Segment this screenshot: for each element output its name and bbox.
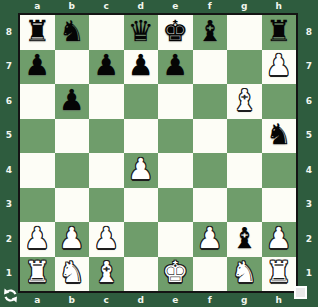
flip-board-button[interactable] <box>2 287 19 304</box>
file-label-top-d: d <box>124 0 159 13</box>
square-a5[interactable] <box>20 119 55 154</box>
file-labels-bottom: abcdefgh <box>20 293 296 307</box>
file-label-bottom-h: h <box>262 293 297 307</box>
square-b4[interactable] <box>55 153 90 188</box>
file-label-bottom-a: a <box>20 293 55 307</box>
square-g3[interactable] <box>227 188 262 223</box>
file-label-top-b: b <box>55 0 90 13</box>
square-e7[interactable]: ♟ <box>158 50 193 85</box>
rank-label-right-7: 7 <box>300 50 318 85</box>
square-c1[interactable]: ♝ <box>89 257 124 292</box>
file-label-bottom-b: b <box>55 293 90 307</box>
file-label-top-f: f <box>193 0 228 13</box>
square-g1[interactable]: ♞ <box>227 257 262 292</box>
piece-white-pawn-f2[interactable]: ♟ <box>197 224 223 253</box>
square-e8[interactable]: ♚ <box>158 15 193 50</box>
file-label-top-h: h <box>262 0 297 13</box>
piece-black-rook-h8[interactable]: ♜ <box>266 17 292 46</box>
piece-black-king-e8[interactable]: ♚ <box>162 17 188 46</box>
piece-white-pawn-h7[interactable]: ♟ <box>266 51 292 80</box>
square-c5[interactable] <box>89 119 124 154</box>
piece-black-pawn-b6[interactable]: ♟ <box>59 86 85 115</box>
square-d1[interactable] <box>124 257 159 292</box>
rank-label-right-5: 5 <box>300 119 318 154</box>
square-a2[interactable]: ♟ <box>20 222 55 257</box>
square-a1[interactable]: ♜ <box>20 257 55 292</box>
square-c6[interactable] <box>89 84 124 119</box>
piece-white-pawn-c2[interactable]: ♟ <box>93 224 119 253</box>
square-b6[interactable]: ♟ <box>55 84 90 119</box>
square-a7[interactable]: ♟ <box>20 50 55 85</box>
file-label-top-e: e <box>158 0 193 13</box>
square-f1[interactable] <box>193 257 228 292</box>
square-f2[interactable]: ♟ <box>193 222 228 257</box>
square-e6[interactable] <box>158 84 193 119</box>
square-b7[interactable] <box>55 50 90 85</box>
square-c2[interactable]: ♟ <box>89 222 124 257</box>
rank-label-right-6: 6 <box>300 84 318 119</box>
square-f3[interactable] <box>193 188 228 223</box>
square-d8[interactable]: ♛ <box>124 15 159 50</box>
square-g7[interactable] <box>227 50 262 85</box>
file-label-bottom-d: d <box>124 293 159 307</box>
square-d7[interactable]: ♟ <box>124 50 159 85</box>
piece-white-pawn-d4[interactable]: ♟ <box>128 155 154 184</box>
piece-white-bishop-c1[interactable]: ♝ <box>93 258 119 287</box>
piece-black-rook-a8[interactable]: ♜ <box>24 17 50 46</box>
square-h3[interactable] <box>262 188 297 223</box>
file-labels-top: abcdefgh <box>20 0 296 13</box>
file-label-bottom-f: f <box>193 293 228 307</box>
rank-label-left-8: 8 <box>0 15 18 50</box>
square-d5[interactable] <box>124 119 159 154</box>
rank-label-right-3: 3 <box>300 188 318 223</box>
piece-black-bishop-g2[interactable]: ♝ <box>231 224 257 253</box>
chess-diagram: abcdefgh 87654321 ♜♞♛♚♝♜♟♟♟♟♟♟♝♞♟♟♟♟♟♝♟♜… <box>0 0 318 307</box>
square-a3[interactable] <box>20 188 55 223</box>
square-g8[interactable] <box>227 15 262 50</box>
square-a4[interactable] <box>20 153 55 188</box>
square-g2[interactable]: ♝ <box>227 222 262 257</box>
file-label-bottom-g: g <box>227 293 262 307</box>
square-h1[interactable]: ♜ <box>262 257 297 292</box>
square-d3[interactable] <box>124 188 159 223</box>
piece-white-knight-g1[interactable]: ♞ <box>231 258 257 287</box>
circular-arrows-icon <box>2 287 19 304</box>
square-f7[interactable] <box>193 50 228 85</box>
square-g6[interactable]: ♝ <box>227 84 262 119</box>
rank-label-left-6: 6 <box>0 84 18 119</box>
square-d2[interactable] <box>124 222 159 257</box>
square-d6[interactable] <box>124 84 159 119</box>
piece-black-knight-h5[interactable]: ♞ <box>266 120 292 149</box>
rank-labels-left: 87654321 <box>0 15 18 291</box>
white-to-move-indicator-icon <box>294 286 307 299</box>
square-e1[interactable]: ♚ <box>158 257 193 292</box>
square-c7[interactable]: ♟ <box>89 50 124 85</box>
piece-black-pawn-a7[interactable]: ♟ <box>24 51 50 80</box>
piece-white-rook-a1[interactable]: ♜ <box>24 258 50 287</box>
rank-labels-right: 87654321 <box>300 15 318 291</box>
square-g5[interactable] <box>227 119 262 154</box>
square-h5[interactable]: ♞ <box>262 119 297 154</box>
square-c3[interactable] <box>89 188 124 223</box>
piece-white-knight-b1[interactable]: ♞ <box>59 258 85 287</box>
square-e5[interactable] <box>158 119 193 154</box>
piece-black-knight-b8[interactable]: ♞ <box>59 17 85 46</box>
rank-label-right-4: 4 <box>300 153 318 188</box>
rank-label-right-8: 8 <box>300 15 318 50</box>
square-c4[interactable] <box>89 153 124 188</box>
piece-white-pawn-h2[interactable]: ♟ <box>266 224 292 253</box>
square-h4[interactable] <box>262 153 297 188</box>
square-a8[interactable]: ♜ <box>20 15 55 50</box>
square-f5[interactable] <box>193 119 228 154</box>
square-e2[interactable] <box>158 222 193 257</box>
square-d4[interactable]: ♟ <box>124 153 159 188</box>
rank-label-left-2: 2 <box>0 222 18 257</box>
piece-black-pawn-d7[interactable]: ♟ <box>128 51 154 80</box>
square-f6[interactable] <box>193 84 228 119</box>
rank-label-left-7: 7 <box>0 50 18 85</box>
square-b2[interactable]: ♟ <box>55 222 90 257</box>
square-g4[interactable] <box>227 153 262 188</box>
square-b1[interactable]: ♞ <box>55 257 90 292</box>
piece-white-bishop-g6[interactable]: ♝ <box>231 86 257 115</box>
file-label-top-c: c <box>89 0 124 13</box>
square-e3[interactable] <box>158 188 193 223</box>
file-label-bottom-e: e <box>158 293 193 307</box>
square-b3[interactable] <box>55 188 90 223</box>
rank-label-right-2: 2 <box>300 222 318 257</box>
piece-white-rook-h1[interactable]: ♜ <box>266 258 292 287</box>
square-f8[interactable]: ♝ <box>193 15 228 50</box>
square-b5[interactable] <box>55 119 90 154</box>
piece-black-queen-d8[interactable]: ♛ <box>128 17 154 46</box>
file-label-top-g: g <box>227 0 262 13</box>
square-h2[interactable]: ♟ <box>262 222 297 257</box>
piece-white-king-e1[interactable]: ♚ <box>162 258 188 287</box>
square-e4[interactable] <box>158 153 193 188</box>
piece-black-pawn-e7[interactable]: ♟ <box>162 51 188 80</box>
piece-black-bishop-f8[interactable]: ♝ <box>197 17 223 46</box>
square-c8[interactable] <box>89 15 124 50</box>
file-label-bottom-c: c <box>89 293 124 307</box>
square-h8[interactable]: ♜ <box>262 15 297 50</box>
square-b8[interactable]: ♞ <box>55 15 90 50</box>
square-h6[interactable] <box>262 84 297 119</box>
rank-label-left-3: 3 <box>0 188 18 223</box>
piece-black-pawn-c7[interactable]: ♟ <box>93 51 119 80</box>
rank-label-left-4: 4 <box>0 153 18 188</box>
piece-white-pawn-b2[interactable]: ♟ <box>59 224 85 253</box>
rank-label-left-1: 1 <box>0 257 18 292</box>
square-a6[interactable] <box>20 84 55 119</box>
chess-board: ♜♞♛♚♝♜♟♟♟♟♟♟♝♞♟♟♟♟♟♝♟♜♞♝♚♞♜ <box>18 13 298 293</box>
rank-label-left-5: 5 <box>0 119 18 154</box>
square-h7[interactable]: ♟ <box>262 50 297 85</box>
file-label-top-a: a <box>20 0 55 13</box>
square-f4[interactable] <box>193 153 228 188</box>
piece-white-pawn-a2[interactable]: ♟ <box>24 224 50 253</box>
